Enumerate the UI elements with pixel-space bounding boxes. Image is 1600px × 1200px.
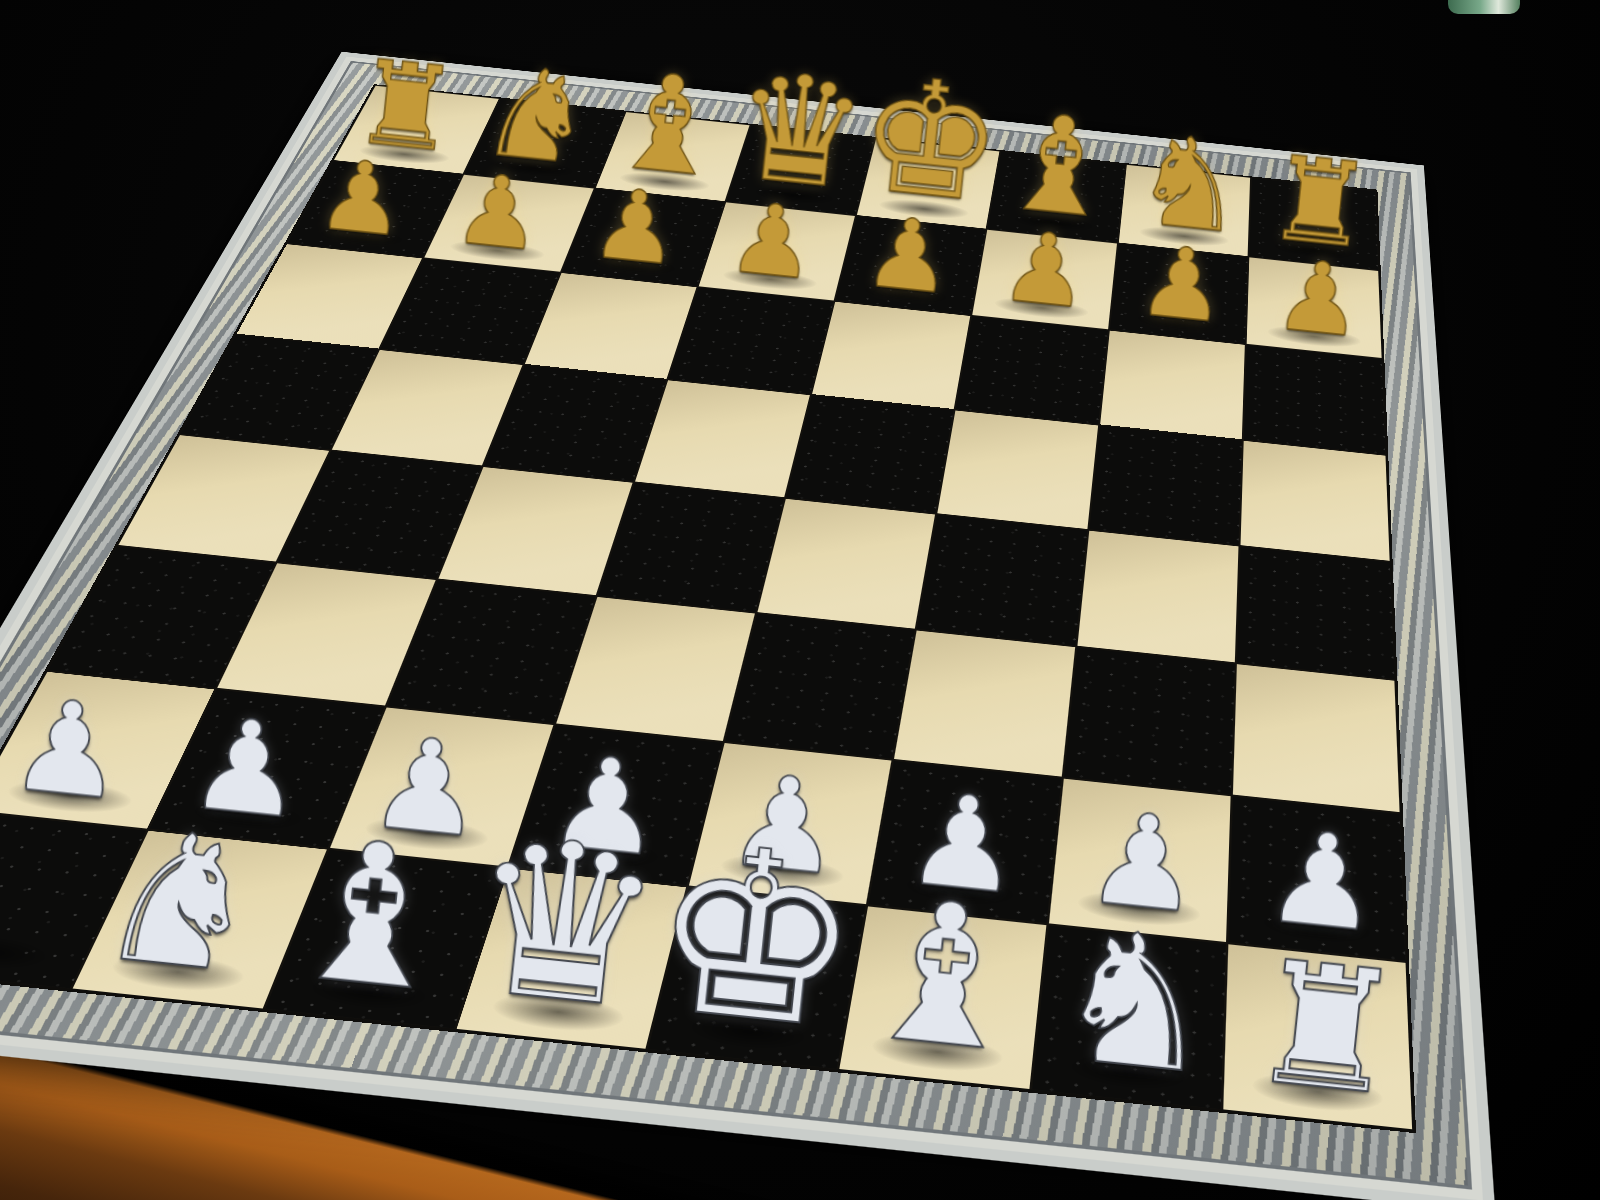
black-pawn[interactable]: ♟ — [450, 159, 547, 265]
square-h3[interactable] — [1233, 664, 1400, 811]
black-pawn[interactable]: ♟ — [724, 188, 821, 294]
white-knight[interactable]: ♞ — [89, 802, 270, 1000]
black-pawn[interactable]: ♟ — [997, 217, 1094, 323]
square-g1[interactable]: ♞ — [1031, 925, 1225, 1109]
square-f1[interactable]: ♝ — [840, 906, 1046, 1089]
square-e4[interactable] — [757, 499, 935, 629]
scene: ♜♞♝♛♚♝♞♜♟♟♟♟♟♟♟♟♟♟♟♟♟♟♟♟♜♞♝♛♚♝♞♜ — [0, 0, 1600, 1200]
square-d5[interactable] — [635, 380, 810, 497]
white-rook[interactable]: ♜ — [1242, 936, 1411, 1120]
square-f4[interactable] — [917, 515, 1087, 646]
square-h1[interactable]: ♜ — [1223, 944, 1412, 1129]
white-bishop[interactable]: ♝ — [848, 870, 1042, 1082]
white-queen[interactable]: ♛ — [456, 806, 672, 1042]
black-pawn[interactable]: ♟ — [1134, 231, 1231, 337]
square-h7[interactable]: ♟ — [1246, 258, 1381, 358]
black-pawn[interactable]: ♟ — [860, 202, 957, 308]
square-h5[interactable] — [1240, 441, 1389, 561]
white-knight[interactable]: ♞ — [1045, 903, 1226, 1101]
board-grid: ♜♞♝♛♚♝♞♜♟♟♟♟♟♟♟♟♟♟♟♟♟♟♟♟♜♞♝♛♚♝♞♜ — [0, 84, 1416, 1133]
square-f7[interactable]: ♟ — [973, 230, 1117, 329]
square-d6[interactable] — [668, 287, 833, 394]
square-e6[interactable] — [812, 301, 970, 408]
white-bishop[interactable]: ♝ — [275, 809, 469, 1021]
square-g5[interactable] — [1089, 425, 1242, 544]
square-e7[interactable]: ♟ — [836, 216, 986, 314]
square-e3[interactable] — [725, 614, 915, 758]
square-d7[interactable]: ♟ — [699, 203, 855, 301]
white-king[interactable]: ♚ — [640, 810, 871, 1063]
square-g7[interactable]: ♟ — [1109, 244, 1247, 344]
square-c6[interactable] — [524, 273, 696, 379]
square-g3[interactable] — [1063, 648, 1234, 794]
black-pawn[interactable]: ♟ — [314, 145, 411, 251]
square-b3[interactable] — [218, 564, 435, 705]
square-f6[interactable] — [956, 316, 1108, 424]
square-h4[interactable] — [1237, 547, 1395, 680]
square-e1[interactable]: ♚ — [648, 887, 866, 1069]
board-frame: ♜♞♝♛♚♝♞♜♟♟♟♟♟♟♟♟♟♟♟♟♟♟♟♟♜♞♝♛♚♝♞♜ — [0, 52, 1495, 1200]
chess-board: ♜♞♝♛♚♝♞♜♟♟♟♟♟♟♟♟♟♟♟♟♟♟♟♟♜♞♝♛♚♝♞♜ — [0, 52, 1495, 1200]
white-rook[interactable]: ♜ — [0, 795, 72, 979]
square-c3[interactable] — [387, 580, 595, 722]
square-g4[interactable] — [1077, 531, 1238, 663]
black-pawn[interactable]: ♟ — [1271, 245, 1368, 351]
square-h6[interactable] — [1244, 345, 1386, 454]
square-f3[interactable] — [894, 631, 1074, 776]
square-e5[interactable] — [786, 395, 954, 513]
black-pawn[interactable]: ♟ — [587, 174, 684, 280]
square-g6[interactable] — [1100, 330, 1245, 439]
square-f5[interactable] — [938, 410, 1098, 529]
photo-canvas: ♜♞♝♛♚♝♞♜♟♟♟♟♟♟♟♟♟♟♟♟♟♟♟♟♜♞♝♛♚♝♞♜ — [0, 0, 1600, 1200]
